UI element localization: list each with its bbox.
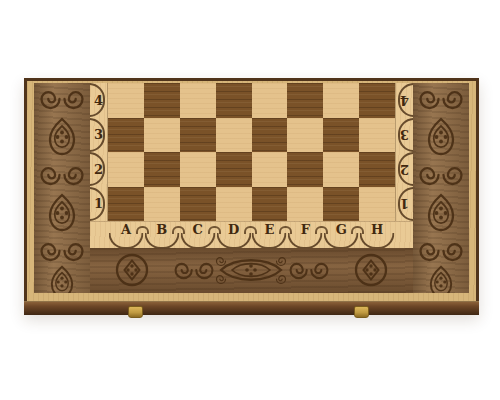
square-e4 [252, 83, 288, 118]
rank-label-left-1: 1 [90, 187, 107, 222]
square-c4 [180, 83, 216, 118]
rank-label-right-3: 3 [396, 118, 413, 153]
spiral-ornament [413, 83, 469, 293]
square-b1 [144, 187, 180, 222]
carved-panel-bottom [90, 248, 413, 293]
brass-clasp-right [354, 306, 369, 318]
file-label-b: B [144, 222, 180, 248]
square-e3 [252, 118, 288, 153]
square-e2 [252, 152, 288, 187]
file-label-text: A [121, 222, 131, 248]
square-f1 [287, 187, 323, 222]
square-a3 [108, 118, 144, 153]
file-label-text: B [156, 222, 167, 248]
file-label-a: A [108, 222, 144, 248]
brass-clasp-left [128, 306, 143, 318]
carved-panel-left [34, 83, 90, 293]
file-label-h: H [359, 222, 395, 248]
rank-label-text: 3 [400, 128, 409, 141]
square-a4 [108, 83, 144, 118]
file-label-text: G [336, 222, 347, 248]
square-h3 [359, 118, 395, 153]
right-rank-strip: 4321 [395, 83, 413, 221]
eye-flower-ornament [90, 248, 413, 293]
square-b3 [144, 118, 180, 153]
square-d4 [216, 83, 252, 118]
square-g1 [323, 187, 359, 222]
square-a2 [108, 152, 144, 187]
rank-label-text: 2 [400, 163, 409, 176]
square-c1 [180, 187, 216, 222]
square-d3 [216, 118, 252, 153]
square-d1 [216, 187, 252, 222]
square-e1 [252, 187, 288, 222]
file-label-e: E [252, 222, 288, 248]
square-c2 [180, 152, 216, 187]
rank-label-text: 4 [94, 94, 103, 107]
rank-label-text: 3 [94, 128, 103, 141]
square-a1 [108, 187, 144, 222]
rank-label-right-2: 2 [396, 152, 413, 187]
file-label-text: H [371, 222, 383, 248]
photo-background: 4321 4321 ABCDEFGH [0, 0, 500, 400]
file-label-d: D [216, 222, 252, 248]
rank-label-text: 1 [94, 197, 103, 210]
box-bottom-edge [24, 301, 479, 315]
file-strip-cells: ABCDEFGH [108, 222, 395, 248]
spiral-ornament [34, 83, 90, 293]
square-h1 [359, 187, 395, 222]
rank-label-left-3: 3 [90, 118, 107, 153]
file-label-text: C [193, 222, 203, 248]
board-grid [108, 83, 395, 221]
rank-label-left-2: 2 [90, 152, 107, 187]
square-g4 [323, 83, 359, 118]
carved-panel-right [413, 83, 469, 293]
square-g3 [323, 118, 359, 153]
left-rank-strip: 4321 [90, 83, 108, 221]
rank-label-text: 4 [400, 94, 409, 107]
rank-label-right-1: 1 [396, 187, 413, 222]
square-b2 [144, 152, 180, 187]
chess-box: 4321 4321 ABCDEFGH [24, 78, 479, 314]
file-label-g: G [323, 222, 359, 248]
square-f2 [287, 152, 323, 187]
square-h2 [359, 152, 395, 187]
square-c3 [180, 118, 216, 153]
square-g2 [323, 152, 359, 187]
file-label-strip: ABCDEFGH [90, 221, 413, 248]
file-label-text: F [301, 222, 310, 248]
square-f3 [287, 118, 323, 153]
square-b4 [144, 83, 180, 118]
rank-label-text: 2 [94, 163, 103, 176]
rank-label-left-4: 4 [90, 83, 107, 118]
file-label-text: E [264, 222, 274, 248]
rank-label-text: 1 [400, 197, 409, 210]
square-f4 [287, 83, 323, 118]
file-label-f: F [287, 222, 323, 248]
square-d2 [216, 152, 252, 187]
square-h4 [359, 83, 395, 118]
file-label-text: D [228, 222, 239, 248]
box-trim-frame: 4321 4321 ABCDEFGH [24, 78, 479, 301]
rank-label-right-4: 4 [396, 83, 413, 118]
box-top-face: 4321 4321 ABCDEFGH [34, 83, 469, 293]
file-label-c: C [180, 222, 216, 248]
